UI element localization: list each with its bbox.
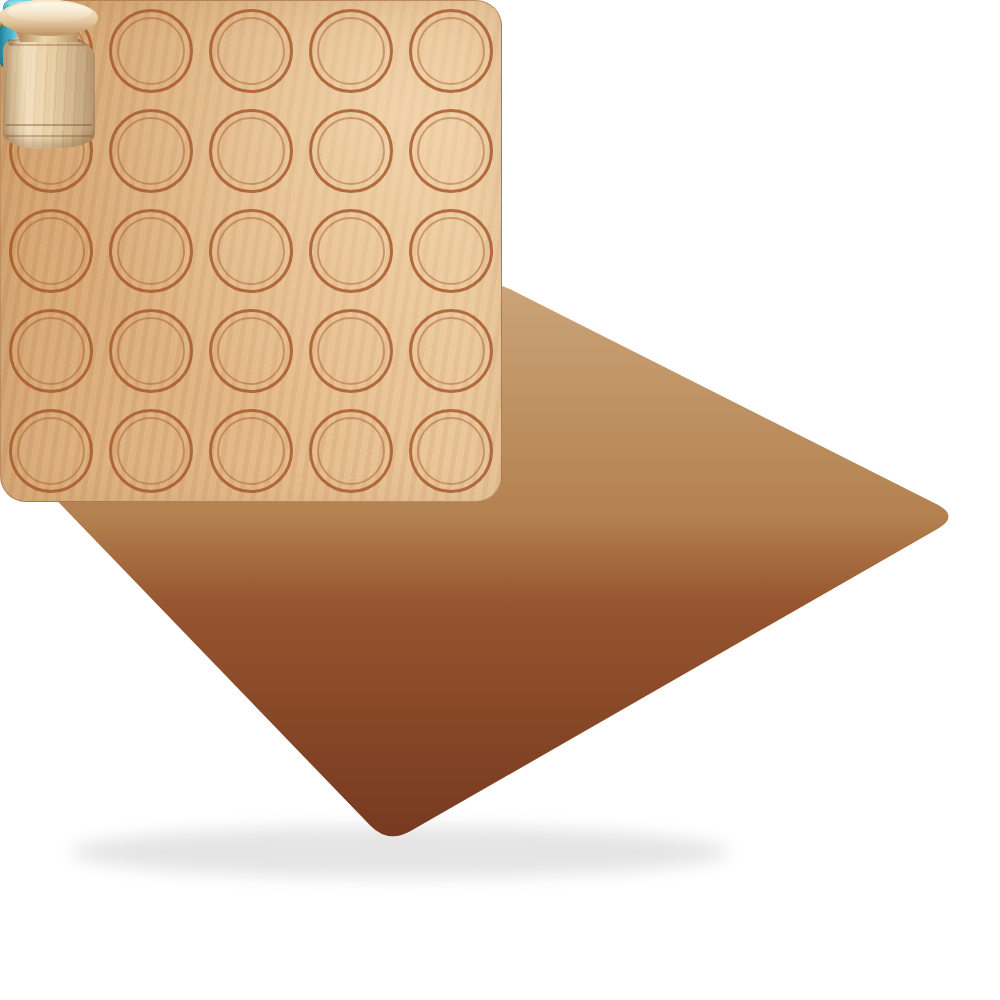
peg-natural-wood-r4c4[interactable] — [0, 0, 98, 149]
pegs-layer — [0, 0, 1000, 1000]
board-photo — [0, 0, 1000, 1000]
wood-peg-body — [3, 42, 95, 149]
wood-peg-cap — [0, 0, 98, 36]
